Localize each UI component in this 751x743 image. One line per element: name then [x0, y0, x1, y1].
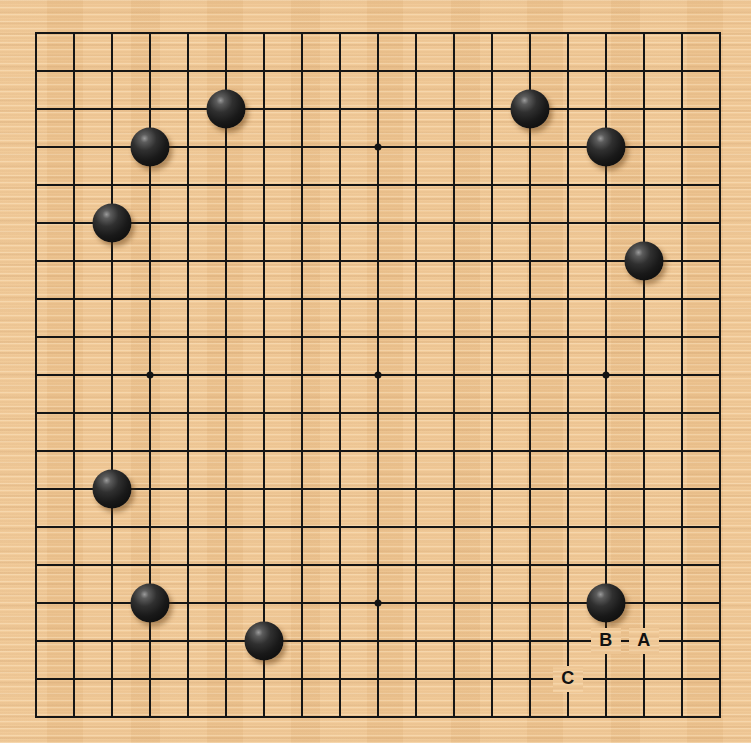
board-cell — [454, 222, 492, 260]
go-board[interactable]: ABC — [0, 0, 751, 743]
board-cell — [416, 413, 454, 451]
board-cell — [530, 337, 568, 375]
board-cell — [340, 222, 378, 260]
board-cell — [35, 70, 73, 108]
board-cell — [340, 641, 378, 679]
board-cell — [492, 32, 530, 70]
board-cell — [187, 222, 225, 260]
board-cell — [606, 222, 644, 260]
board-cell — [606, 146, 644, 184]
board-cell — [111, 527, 149, 565]
board-cell — [73, 451, 111, 489]
board-cell — [35, 641, 73, 679]
board-cell — [683, 337, 721, 375]
board-cell — [35, 375, 73, 413]
board-cell — [416, 261, 454, 299]
board-cell — [416, 489, 454, 527]
board-cell — [264, 337, 302, 375]
board-cell — [416, 32, 454, 70]
board-cell — [454, 184, 492, 222]
board-cell — [416, 375, 454, 413]
board-cell — [683, 451, 721, 489]
board-cell — [606, 451, 644, 489]
board-cell — [606, 489, 644, 527]
board-cell — [111, 184, 149, 222]
board-cell — [378, 375, 416, 413]
board-cell — [187, 603, 225, 641]
board-cell — [644, 527, 682, 565]
board-cell — [530, 146, 568, 184]
board-cell — [264, 32, 302, 70]
board-cell — [149, 337, 187, 375]
board-cell — [606, 108, 644, 146]
move-option-label-c[interactable]: C — [553, 666, 583, 692]
board-cell — [454, 565, 492, 603]
board-cell — [568, 184, 606, 222]
board-cell — [568, 222, 606, 260]
board-cell — [340, 489, 378, 527]
board-cell — [454, 108, 492, 146]
board-cell — [530, 70, 568, 108]
board-cell — [530, 108, 568, 146]
board-cell — [606, 337, 644, 375]
board-cell — [264, 184, 302, 222]
board-cell — [568, 413, 606, 451]
board-cell — [378, 299, 416, 337]
board-cell — [35, 146, 73, 184]
board-cell — [416, 603, 454, 641]
board-cell — [73, 641, 111, 679]
board-cell — [149, 641, 187, 679]
board-cell — [606, 375, 644, 413]
board-cell — [454, 261, 492, 299]
board-cell — [149, 184, 187, 222]
board-cell — [35, 489, 73, 527]
board-cell — [568, 489, 606, 527]
board-cell — [378, 261, 416, 299]
board-cell — [378, 222, 416, 260]
board-cell — [111, 108, 149, 146]
board-cell — [644, 32, 682, 70]
board-cell — [530, 527, 568, 565]
board-cell — [302, 261, 340, 299]
board-cell — [683, 146, 721, 184]
board-cell — [111, 299, 149, 337]
board-cell — [683, 489, 721, 527]
board-cell — [683, 70, 721, 108]
board-cell — [73, 32, 111, 70]
board-cell — [35, 451, 73, 489]
board-cell — [302, 565, 340, 603]
board-cell — [149, 70, 187, 108]
board-cell — [264, 565, 302, 603]
board-cell — [73, 489, 111, 527]
board-cell — [264, 108, 302, 146]
board-cell — [492, 451, 530, 489]
board-cell — [530, 375, 568, 413]
board-cell — [302, 108, 340, 146]
board-cell — [378, 184, 416, 222]
board-cell — [530, 603, 568, 641]
board-cell — [340, 261, 378, 299]
board-cell — [416, 70, 454, 108]
board-cell — [454, 489, 492, 527]
board-cell — [73, 70, 111, 108]
board-cell — [149, 261, 187, 299]
board-cell — [225, 565, 263, 603]
board-cell — [492, 413, 530, 451]
board-cell — [378, 565, 416, 603]
board-cell — [454, 451, 492, 489]
board-cell — [454, 70, 492, 108]
board-grid[interactable] — [35, 32, 721, 718]
board-cell — [187, 527, 225, 565]
board-cell — [644, 108, 682, 146]
board-cell — [492, 565, 530, 603]
board-cell — [225, 337, 263, 375]
board-cell — [111, 680, 149, 718]
board-cell — [225, 261, 263, 299]
board-cell — [35, 108, 73, 146]
board-cell — [35, 261, 73, 299]
board-cell — [264, 527, 302, 565]
board-cell — [35, 413, 73, 451]
board-cell — [683, 527, 721, 565]
board-cell — [149, 299, 187, 337]
board-cell — [187, 32, 225, 70]
board-cell — [264, 299, 302, 337]
board-cell — [225, 375, 263, 413]
board-cell — [225, 70, 263, 108]
board-cell — [187, 451, 225, 489]
board-cell — [149, 375, 187, 413]
board-cell — [530, 261, 568, 299]
board-cell — [302, 184, 340, 222]
board-cell — [454, 680, 492, 718]
board-cell — [378, 413, 416, 451]
board-cell — [568, 108, 606, 146]
board-cell — [606, 565, 644, 603]
board-cell — [568, 299, 606, 337]
board-cell — [378, 337, 416, 375]
board-cell — [111, 413, 149, 451]
board-cell — [187, 261, 225, 299]
board-cell — [264, 603, 302, 641]
board-cell — [340, 603, 378, 641]
board-cell — [416, 527, 454, 565]
board-cell — [530, 222, 568, 260]
board-cell — [644, 299, 682, 337]
board-cell — [530, 413, 568, 451]
board-cell — [264, 375, 302, 413]
board-cell — [683, 108, 721, 146]
board-cell — [340, 32, 378, 70]
board-cell — [644, 680, 682, 718]
board-cell — [340, 565, 378, 603]
board-cell — [683, 375, 721, 413]
board-cell — [35, 680, 73, 718]
board-cell — [35, 603, 73, 641]
board-cell — [492, 527, 530, 565]
board-cell — [378, 641, 416, 679]
board-cell — [606, 184, 644, 222]
board-cell — [454, 146, 492, 184]
board-cell — [35, 32, 73, 70]
board-cell — [187, 680, 225, 718]
board-cell — [149, 680, 187, 718]
board-cell — [378, 108, 416, 146]
board-cell — [302, 222, 340, 260]
board-cell — [35, 184, 73, 222]
board-cell — [530, 565, 568, 603]
board-cell — [683, 299, 721, 337]
board-cell — [302, 641, 340, 679]
board-cell — [111, 146, 149, 184]
board-cell — [568, 32, 606, 70]
board-cell — [111, 261, 149, 299]
board-cell — [492, 375, 530, 413]
board-cell — [378, 603, 416, 641]
board-cell — [683, 680, 721, 718]
board-cell — [340, 527, 378, 565]
board-cell — [340, 337, 378, 375]
board-cell — [73, 603, 111, 641]
board-cell — [568, 375, 606, 413]
board-cell — [454, 337, 492, 375]
board-cell — [187, 299, 225, 337]
board-cell — [568, 527, 606, 565]
board-cell — [416, 146, 454, 184]
board-cell — [73, 375, 111, 413]
board-cell — [225, 603, 263, 641]
board-cell — [73, 527, 111, 565]
board-cell — [302, 451, 340, 489]
board-cell — [644, 375, 682, 413]
board-cell — [264, 261, 302, 299]
board-cell — [530, 489, 568, 527]
board-cell — [644, 222, 682, 260]
board-cell — [187, 641, 225, 679]
board-cell — [187, 565, 225, 603]
board-cell — [302, 32, 340, 70]
board-cell — [340, 184, 378, 222]
board-cell — [35, 299, 73, 337]
board-cell — [225, 299, 263, 337]
board-cell — [302, 489, 340, 527]
board-cell — [340, 108, 378, 146]
board-cell — [568, 70, 606, 108]
board-cell — [683, 565, 721, 603]
board-cell — [416, 565, 454, 603]
board-cell — [416, 108, 454, 146]
board-cell — [35, 337, 73, 375]
board-cell — [225, 527, 263, 565]
board-cell — [302, 413, 340, 451]
board-cell — [111, 565, 149, 603]
board-cell — [340, 70, 378, 108]
board-cell — [606, 70, 644, 108]
board-cell — [454, 603, 492, 641]
board-cell — [454, 413, 492, 451]
board-cell — [492, 108, 530, 146]
board-cell — [302, 680, 340, 718]
board-cell — [225, 451, 263, 489]
board-cell — [187, 184, 225, 222]
board-cell — [264, 451, 302, 489]
board-cell — [340, 375, 378, 413]
board-cell — [264, 222, 302, 260]
board-cell — [568, 565, 606, 603]
board-cell — [454, 641, 492, 679]
board-cell — [606, 261, 644, 299]
board-cell — [606, 413, 644, 451]
board-cell — [416, 680, 454, 718]
board-cell — [225, 413, 263, 451]
board-cell — [264, 489, 302, 527]
board-cell — [644, 413, 682, 451]
board-cell — [225, 146, 263, 184]
board-cell — [683, 603, 721, 641]
board-cell — [225, 108, 263, 146]
board-cell — [492, 146, 530, 184]
board-cell — [225, 489, 263, 527]
board-cell — [644, 261, 682, 299]
board-cell — [111, 603, 149, 641]
board-cell — [492, 641, 530, 679]
board-cell — [644, 70, 682, 108]
board-cell — [340, 413, 378, 451]
board-cell — [73, 413, 111, 451]
board-cell — [340, 680, 378, 718]
board-cell — [644, 146, 682, 184]
board-cell — [683, 32, 721, 70]
board-cell — [73, 337, 111, 375]
board-cell — [73, 108, 111, 146]
board-cell — [683, 413, 721, 451]
board-cell — [111, 375, 149, 413]
board-cell — [683, 184, 721, 222]
board-cell — [73, 146, 111, 184]
board-cell — [644, 565, 682, 603]
board-cell — [454, 299, 492, 337]
board-cell — [35, 527, 73, 565]
board-cell — [111, 451, 149, 489]
board-cell — [530, 299, 568, 337]
board-cell — [302, 299, 340, 337]
board-cell — [111, 489, 149, 527]
board-cell — [340, 451, 378, 489]
board-cell — [644, 337, 682, 375]
board-cell — [187, 337, 225, 375]
board-cell — [35, 222, 73, 260]
board-cell — [416, 299, 454, 337]
board-cell — [644, 184, 682, 222]
board-cell — [149, 565, 187, 603]
board-cell — [606, 32, 644, 70]
board-cell — [225, 641, 263, 679]
board-cell — [492, 603, 530, 641]
board-cell — [492, 222, 530, 260]
board-cell — [187, 146, 225, 184]
board-cell — [302, 70, 340, 108]
board-cell — [683, 261, 721, 299]
board-cell — [187, 108, 225, 146]
board-cell — [492, 70, 530, 108]
board-cell — [492, 337, 530, 375]
board-cell — [73, 222, 111, 260]
board-cell — [73, 680, 111, 718]
board-cell — [644, 489, 682, 527]
board-cell — [454, 375, 492, 413]
board-cell — [149, 108, 187, 146]
move-option-label-a[interactable]: A — [629, 628, 659, 654]
board-cell — [644, 451, 682, 489]
board-cell — [492, 299, 530, 337]
board-cell — [149, 413, 187, 451]
board-cell — [454, 32, 492, 70]
board-cell — [302, 527, 340, 565]
board-cell — [606, 299, 644, 337]
board-cell — [149, 222, 187, 260]
board-cell — [530, 184, 568, 222]
board-cell — [264, 413, 302, 451]
board-cell — [492, 184, 530, 222]
board-cell — [225, 184, 263, 222]
board-cell — [111, 641, 149, 679]
board-cell — [264, 680, 302, 718]
board-cell — [73, 261, 111, 299]
board-cell — [530, 32, 568, 70]
board-cell — [111, 32, 149, 70]
board-cell — [416, 451, 454, 489]
board-cell — [378, 32, 416, 70]
board-cell — [187, 413, 225, 451]
board-cell — [149, 451, 187, 489]
board-cell — [187, 489, 225, 527]
board-cell — [492, 261, 530, 299]
board-cell — [264, 70, 302, 108]
board-cell — [378, 146, 416, 184]
board-cell — [302, 146, 340, 184]
board-cell — [111, 222, 149, 260]
board-cell — [264, 146, 302, 184]
board-cell — [683, 222, 721, 260]
board-cell — [454, 527, 492, 565]
board-cell — [340, 299, 378, 337]
board-cell — [416, 184, 454, 222]
board-cell — [149, 146, 187, 184]
board-cell — [73, 184, 111, 222]
board-cell — [492, 680, 530, 718]
board-cell — [187, 70, 225, 108]
board-cell — [568, 451, 606, 489]
move-option-label-b[interactable]: B — [591, 628, 621, 654]
board-cell — [225, 680, 263, 718]
board-cell — [302, 603, 340, 641]
board-cell — [378, 70, 416, 108]
board-cell — [416, 641, 454, 679]
board-cell — [568, 337, 606, 375]
board-cell — [149, 489, 187, 527]
board-cell — [149, 527, 187, 565]
board-cell — [378, 451, 416, 489]
board-cell — [264, 641, 302, 679]
board-cell — [73, 565, 111, 603]
board-cell — [111, 70, 149, 108]
board-cell — [606, 680, 644, 718]
board-cell — [111, 337, 149, 375]
board-cell — [683, 641, 721, 679]
